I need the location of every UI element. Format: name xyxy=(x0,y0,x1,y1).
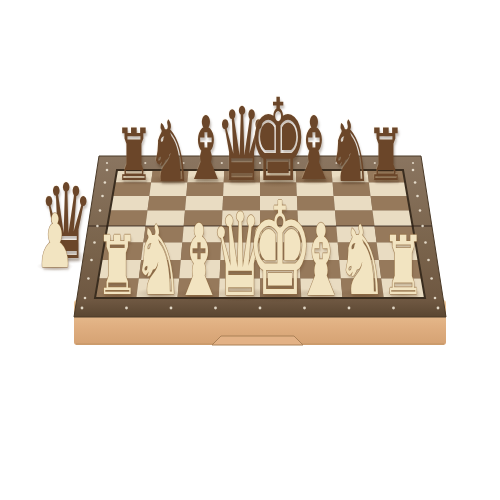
square-e4 xyxy=(260,226,299,243)
square-b7 xyxy=(149,183,187,197)
square-b6 xyxy=(148,196,187,211)
square-c8 xyxy=(187,170,224,183)
board-squares xyxy=(95,170,425,298)
square-f7 xyxy=(296,183,333,197)
square-c3 xyxy=(181,243,221,261)
square-e3 xyxy=(260,243,300,261)
square-h7 xyxy=(369,183,408,197)
square-d6 xyxy=(223,196,261,211)
square-e7 xyxy=(260,183,297,197)
square-b4 xyxy=(143,226,183,243)
square-g2 xyxy=(339,260,381,279)
square-a4 xyxy=(105,226,146,243)
square-e1 xyxy=(260,279,301,299)
square-h1 xyxy=(381,279,425,299)
square-d4 xyxy=(221,226,260,243)
square-c7 xyxy=(186,183,223,197)
square-a5 xyxy=(107,211,147,227)
square-e2 xyxy=(260,260,300,279)
square-d3 xyxy=(220,243,260,261)
square-f6 xyxy=(297,196,335,211)
square-h3 xyxy=(377,243,419,261)
square-a8 xyxy=(115,170,153,183)
square-b5 xyxy=(146,211,186,227)
square-f2 xyxy=(300,260,341,279)
square-a1 xyxy=(95,279,139,299)
square-c6 xyxy=(185,196,223,211)
square-g3 xyxy=(338,243,379,261)
square-f8 xyxy=(296,170,333,183)
square-g4 xyxy=(336,226,376,243)
square-g5 xyxy=(335,211,375,227)
square-a7 xyxy=(113,183,152,197)
square-h6 xyxy=(371,196,410,211)
chess-set-product-photo: ♜♞♝♛♚♝♞♜♜♞♝♛♚♝♞♜♛♟ xyxy=(0,0,500,500)
square-d2 xyxy=(220,260,260,279)
square-d7 xyxy=(223,183,260,197)
square-a6 xyxy=(110,196,149,211)
square-e5 xyxy=(260,211,298,227)
square-f1 xyxy=(300,279,342,299)
square-e6 xyxy=(260,196,298,211)
square-b1 xyxy=(136,279,179,299)
square-h4 xyxy=(375,226,416,243)
square-g7 xyxy=(333,183,371,197)
square-b2 xyxy=(139,260,181,279)
square-h8 xyxy=(367,170,405,183)
square-f4 xyxy=(298,226,338,243)
square-f3 xyxy=(299,243,339,261)
square-c1 xyxy=(178,279,220,299)
square-g8 xyxy=(332,170,369,183)
square-c2 xyxy=(179,260,220,279)
square-c4 xyxy=(182,226,222,243)
square-a2 xyxy=(98,260,141,279)
square-e8 xyxy=(260,170,296,183)
square-b8 xyxy=(151,170,188,183)
square-d1 xyxy=(219,279,260,299)
square-a3 xyxy=(102,243,144,261)
square-b3 xyxy=(141,243,182,261)
square-f5 xyxy=(298,211,337,227)
square-g1 xyxy=(341,279,384,299)
square-h2 xyxy=(379,260,422,279)
square-h5 xyxy=(373,211,413,227)
square-c5 xyxy=(184,211,223,227)
square-g6 xyxy=(334,196,373,211)
square-d8 xyxy=(224,170,260,183)
square-d5 xyxy=(222,211,260,227)
drawer-notch-handle xyxy=(212,336,303,345)
